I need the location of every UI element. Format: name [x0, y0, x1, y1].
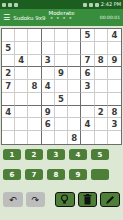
delete-button[interactable]: [78, 192, 98, 207]
cell-r2c2[interactable]: [15, 42, 28, 55]
toolbar: ↶ ↷: [3, 192, 123, 207]
cell-r9c7[interactable]: [81, 131, 94, 144]
cell-r6c4[interactable]: [42, 93, 55, 106]
cell-r4c2[interactable]: [15, 67, 28, 80]
app-bar: ☰ Sudoku 9x9 Moderate ★ ★ ★ ★ 00:00:01: [0, 9, 123, 26]
cell-r6c7[interactable]: [81, 93, 94, 106]
cell-r3c7[interactable]: 7: [81, 55, 94, 68]
cell-r9c4[interactable]: [42, 131, 55, 144]
cell-r6c9[interactable]: [108, 93, 121, 106]
num-button-9[interactable]: 9: [69, 169, 87, 180]
cell-r3c1[interactable]: [2, 55, 15, 68]
cell-r2c4[interactable]: [42, 42, 55, 55]
trash-icon: [83, 194, 92, 205]
cell-r6c2[interactable]: [15, 93, 28, 106]
cell-r9c2[interactable]: [15, 131, 28, 144]
cell-r2c5[interactable]: [55, 42, 68, 55]
cell-r2c1[interactable]: 5: [2, 42, 15, 55]
cell-r5c1[interactable]: 7: [2, 80, 15, 93]
app-title: Sudoku 9x9: [13, 15, 45, 21]
battery-icon: [95, 3, 99, 7]
cell-r2c9[interactable]: [108, 42, 121, 55]
hint-button[interactable]: [55, 192, 75, 207]
cell-r9c5[interactable]: [55, 131, 68, 144]
cell-r5c5[interactable]: [55, 80, 68, 93]
cell-r4c9[interactable]: [108, 67, 121, 80]
cell-r2c7[interactable]: [81, 42, 94, 55]
cell-r5c2[interactable]: [15, 80, 28, 93]
cell-r7c1[interactable]: 4: [2, 106, 15, 119]
num-button-1[interactable]: 1: [3, 149, 21, 160]
cell-r7c4[interactable]: 9: [42, 106, 55, 119]
num-button-7[interactable]: 7: [25, 169, 43, 180]
wifi-icon: [83, 3, 87, 7]
game-timer: 00:00:01: [100, 15, 120, 20]
cell-r4c8[interactable]: [95, 67, 108, 80]
num-button-4[interactable]: 4: [69, 149, 87, 160]
cell-r8c1[interactable]: [2, 118, 15, 131]
cell-r9c3[interactable]: [28, 131, 41, 144]
cell-r7c9[interactable]: 8: [108, 106, 121, 119]
cell-r7c5[interactable]: [55, 106, 68, 119]
sudoku-app: 2:42 PM ☰ Sudoku 9x9 Moderate ★ ★ ★ ★ 00…: [0, 0, 123, 220]
redo-icon: ↷: [32, 195, 40, 205]
num-button-8[interactable]: 8: [47, 169, 65, 180]
cell-r1c9[interactable]: 4: [108, 29, 121, 42]
notification-icons: [2, 3, 18, 7]
undo-icon: ↶: [9, 195, 17, 205]
cell-r4c5[interactable]: 9: [55, 67, 68, 80]
cell-r7c8[interactable]: 2: [95, 106, 108, 119]
cell-r5c4[interactable]: 4: [42, 80, 55, 93]
num-button-2[interactable]: 2: [25, 149, 43, 160]
cell-r4c6[interactable]: [68, 67, 81, 80]
cell-r3c6[interactable]: [68, 55, 81, 68]
cell-r1c3[interactable]: [28, 29, 41, 42]
cell-r4c1[interactable]: 2: [2, 67, 15, 80]
sudoku-board: 545437892967843549286438: [1, 28, 122, 145]
notification-icon: [14, 3, 18, 7]
cell-r8c4[interactable]: 6: [42, 118, 55, 131]
cell-r3c9[interactable]: 9: [108, 55, 121, 68]
pencil-icon: [105, 195, 115, 205]
cell-r2c6[interactable]: [68, 42, 81, 55]
cell-r7c3[interactable]: [28, 106, 41, 119]
cell-r3c5[interactable]: [55, 55, 68, 68]
status-bar: 2:42 PM: [0, 0, 123, 9]
pencil-button[interactable]: [100, 192, 120, 207]
undo-button[interactable]: ↶: [3, 192, 23, 207]
cell-r4c4[interactable]: [42, 67, 55, 80]
signal-icon: [89, 3, 93, 7]
cell-r9c1[interactable]: [2, 131, 15, 144]
cell-r1c6[interactable]: [68, 29, 81, 42]
cell-r8c6[interactable]: [68, 118, 81, 131]
cell-r9c9[interactable]: [108, 131, 121, 144]
notification-icon: [8, 3, 12, 7]
cell-r6c1[interactable]: [2, 93, 15, 106]
cell-r1c8[interactable]: [95, 29, 108, 42]
lightbulb-icon: [60, 194, 69, 205]
system-status-icons: 2:42 PM: [83, 0, 121, 9]
cell-r8c7[interactable]: 4: [81, 118, 94, 131]
cell-r8c9[interactable]: 3: [108, 118, 121, 131]
cell-r3c8[interactable]: 8: [95, 55, 108, 68]
cell-r4c3[interactable]: [28, 67, 41, 80]
clock-text: 2:42 PM: [101, 0, 121, 9]
cell-r3c2[interactable]: 4: [15, 55, 28, 68]
cell-r5c3[interactable]: 8: [28, 80, 41, 93]
cell-r7c7[interactable]: [81, 106, 94, 119]
cell-r9c6[interactable]: 8: [68, 131, 81, 144]
cell-r5c9[interactable]: [108, 80, 121, 93]
cell-r1c7[interactable]: 5: [81, 29, 94, 42]
cell-r7c6[interactable]: [68, 106, 81, 119]
cell-r4c7[interactable]: 6: [81, 67, 94, 80]
num-button-3[interactable]: 3: [47, 149, 65, 160]
cell-r5c7[interactable]: 3: [81, 80, 94, 93]
cell-r6c5[interactable]: 5: [55, 93, 68, 106]
cell-r2c8[interactable]: [95, 42, 108, 55]
cell-r5c8[interactable]: [95, 80, 108, 93]
cell-r8c3[interactable]: [28, 118, 41, 131]
cell-r1c4[interactable]: [42, 29, 55, 42]
cell-r1c1[interactable]: [2, 29, 15, 42]
num-button-6[interactable]: 6: [3, 169, 21, 180]
cell-r9c8[interactable]: [95, 131, 108, 144]
cell-r1c2[interactable]: [15, 29, 28, 42]
numpad-row-2: 6789: [3, 169, 123, 180]
cell-r8c5[interactable]: [55, 118, 68, 131]
cell-r6c8[interactable]: [95, 93, 108, 106]
cell-r3c3[interactable]: [28, 55, 41, 68]
cell-r6c3[interactable]: [28, 93, 41, 106]
notification-icon: [2, 3, 6, 7]
redo-button[interactable]: ↷: [26, 192, 46, 207]
cell-r8c8[interactable]: [95, 118, 108, 131]
numpad-row-1: 12345: [3, 149, 123, 160]
hamburger-menu-icon[interactable]: ☰: [3, 9, 10, 26]
cell-r2c3[interactable]: [28, 42, 41, 55]
num-button-5[interactable]: 5: [91, 149, 109, 160]
blank-button[interactable]: [91, 169, 109, 180]
cell-r1c5[interactable]: [55, 29, 68, 42]
cell-r6c6[interactable]: [68, 93, 81, 106]
cell-r5c6[interactable]: [68, 80, 81, 93]
cell-r8c2[interactable]: [15, 118, 28, 131]
cell-r7c2[interactable]: [15, 106, 28, 119]
cell-r3c4[interactable]: 3: [42, 55, 55, 68]
